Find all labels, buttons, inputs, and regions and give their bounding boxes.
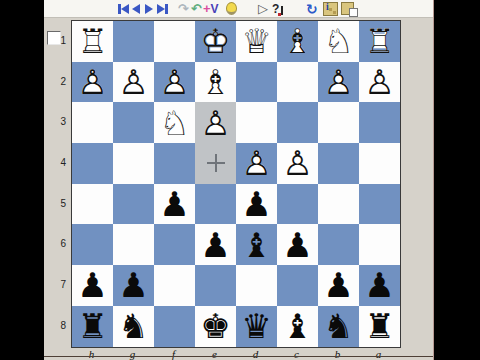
square-c6[interactable]: ♟ [277, 224, 318, 265]
rank-label-6: 6 [44, 223, 68, 264]
square-h4[interactable] [72, 143, 113, 184]
go-last-button[interactable] [157, 0, 168, 17]
black-pawn: ♟ [277, 224, 318, 265]
black-knight: ♞ [318, 306, 359, 347]
square-b3[interactable] [318, 102, 359, 143]
file-label-b: b [317, 348, 358, 360]
rank-label-2: 2 [44, 61, 68, 102]
square-h3[interactable] [72, 102, 113, 143]
square-f8[interactable] [154, 306, 195, 347]
refresh-button[interactable]: ↻ [306, 0, 318, 17]
square-g4[interactable] [113, 143, 154, 184]
white-rook: ♜♖ [359, 21, 400, 62]
chess-board: ♜♖♚♔♛♕♝♗♞♘♜♖♟♙♟♙♟♙♝♗♟♙♟♙♞♘♟♙♟♙♟♙♟♟♟♝♟♟♟♟… [71, 20, 401, 348]
square-f5[interactable]: ♟ [154, 184, 195, 225]
black-pawn: ♟ [359, 265, 400, 306]
black-pawn: ♟ [236, 184, 277, 225]
white-bishop: ♝♗ [277, 21, 318, 62]
square-e4[interactable] [195, 143, 236, 184]
square-a6[interactable] [359, 224, 400, 265]
square-d8[interactable]: ♛ [236, 306, 277, 347]
square-c5[interactable] [277, 184, 318, 225]
square-f1[interactable] [154, 21, 195, 62]
square-g5[interactable] [113, 184, 154, 225]
square-f3[interactable]: ♞♘ [154, 102, 195, 143]
rank-label-5: 5 [44, 183, 68, 224]
square-c8[interactable]: ♝ [277, 306, 318, 347]
black-pawn: ♟ [318, 265, 359, 306]
white-pawn: ♟♙ [236, 143, 277, 184]
square-g1[interactable] [113, 21, 154, 62]
play-outline-button[interactable]: ▷ [258, 0, 268, 17]
square-b5[interactable] [318, 184, 359, 225]
rank-label-4: 4 [44, 142, 68, 183]
square-f4[interactable] [154, 143, 195, 184]
square-g3[interactable] [113, 102, 154, 143]
square-f2[interactable]: ♟♙ [154, 62, 195, 103]
square-c2[interactable] [277, 62, 318, 103]
white-rook: ♜♖ [72, 21, 113, 62]
square-h8[interactable]: ♜ [72, 306, 113, 347]
go-forward-button[interactable] [145, 0, 153, 17]
square-c3[interactable] [277, 102, 318, 143]
square-g6[interactable] [113, 224, 154, 265]
white-queen: ♛♕ [236, 21, 277, 62]
black-pawn: ♟ [72, 265, 113, 306]
square-c1[interactable]: ♝♗ [277, 21, 318, 62]
square-h6[interactable] [72, 224, 113, 265]
square-e3[interactable]: ♟♙ [195, 102, 236, 143]
square-b6[interactable] [318, 224, 359, 265]
rank-labels: 12345678 [44, 20, 68, 346]
square-a5[interactable] [359, 184, 400, 225]
go-first-button[interactable] [118, 0, 129, 17]
black-rook: ♜ [359, 306, 400, 347]
square-b4[interactable] [318, 143, 359, 184]
square-e2[interactable]: ♝♗ [195, 62, 236, 103]
file-label-h: h [71, 348, 112, 360]
file-label-g: g [112, 348, 153, 360]
square-f6[interactable] [154, 224, 195, 265]
square-d7[interactable] [236, 265, 277, 306]
black-pawn: ♟ [113, 265, 154, 306]
square-a8[interactable]: ♜ [359, 306, 400, 347]
square-e8[interactable]: ♚ [195, 306, 236, 347]
square-g2[interactable]: ♟♙ [113, 62, 154, 103]
square-a1[interactable]: ♜♖ [359, 21, 400, 62]
black-bishop: ♝ [236, 224, 277, 265]
white-pawn: ♟♙ [154, 62, 195, 103]
black-pawn: ♟ [154, 184, 195, 225]
square-d6[interactable]: ♝ [236, 224, 277, 265]
window-bottom-edge [44, 356, 433, 357]
white-knight: ♞♘ [154, 102, 195, 143]
square-h5[interactable] [72, 184, 113, 225]
square-a3[interactable] [359, 102, 400, 143]
square-a7[interactable]: ♟ [359, 265, 400, 306]
move-marker-plus [207, 154, 225, 172]
white-king: ♚♔ [195, 21, 236, 62]
white-pawn: ♟♙ [277, 143, 318, 184]
square-a2[interactable]: ♟♙ [359, 62, 400, 103]
square-c4[interactable]: ♟♙ [277, 143, 318, 184]
square-d3[interactable] [236, 102, 277, 143]
white-pawn: ♟♙ [72, 62, 113, 103]
black-pawn: ♟ [195, 224, 236, 265]
undo-gray-arrow-icon[interactable]: ↷ [178, 0, 189, 17]
square-e1[interactable]: ♚♔ [195, 21, 236, 62]
toolbar: ↷ ↶ +V ▷ ? ↻ i [44, 0, 433, 18]
chess-app-panel: ↷ ↶ +V ▷ ? ↻ i 12345678 ♜♖♚♔♛♕♝♗♞♘♜♖♟♙♟♙… [44, 0, 434, 360]
white-pawn: ♟♙ [359, 62, 400, 103]
rank-label-7: 7 [44, 264, 68, 305]
square-g7[interactable]: ♟ [113, 265, 154, 306]
redo-green-arrow-icon[interactable]: ↶ [191, 0, 202, 17]
file-label-a: a [358, 348, 399, 360]
info-board-icon[interactable]: i [323, 0, 338, 17]
black-bishop: ♝ [277, 306, 318, 347]
file-label-e: e [194, 348, 235, 360]
file-labels: hgfedcba [71, 348, 399, 360]
square-h7[interactable]: ♟ [72, 265, 113, 306]
black-queen: ♛ [236, 306, 277, 347]
square-d2[interactable] [236, 62, 277, 103]
white-knight: ♞♘ [318, 21, 359, 62]
plus-v-button[interactable]: +V [203, 0, 219, 17]
white-bishop: ♝♗ [195, 62, 236, 103]
white-pawn: ♟♙ [195, 102, 236, 143]
square-b1[interactable]: ♞♘ [318, 21, 359, 62]
square-d1[interactable]: ♛♕ [236, 21, 277, 62]
square-b7[interactable]: ♟ [318, 265, 359, 306]
white-pawn: ♟♙ [113, 62, 154, 103]
board-window-icon[interactable] [341, 0, 360, 17]
black-rook: ♜ [72, 306, 113, 347]
hint-question-button[interactable]: ? [272, 0, 283, 17]
square-g8[interactable]: ♞ [113, 306, 154, 347]
rank-label-3: 3 [44, 101, 68, 142]
app-window: ↷ ↶ +V ▷ ? ↻ i 12345678 ♜♖♚♔♛♕♝♗♞♘♜♖♟♙♟♙… [0, 0, 480, 360]
square-e5[interactable] [195, 184, 236, 225]
rank-label-8: 8 [44, 305, 68, 346]
square-h2[interactable]: ♟♙ [72, 62, 113, 103]
go-back-button[interactable] [132, 0, 140, 17]
square-b2[interactable]: ♟♙ [318, 62, 359, 103]
lightbulb-icon[interactable] [226, 0, 237, 17]
square-b8[interactable]: ♞ [318, 306, 359, 347]
square-d5[interactable]: ♟ [236, 184, 277, 225]
white-pawn: ♟♙ [318, 62, 359, 103]
square-e7[interactable] [195, 265, 236, 306]
square-h1[interactable]: ♜♖ [72, 21, 113, 62]
black-knight: ♞ [113, 306, 154, 347]
file-label-f: f [153, 348, 194, 360]
square-a4[interactable] [359, 143, 400, 184]
square-f7[interactable] [154, 265, 195, 306]
square-e6[interactable]: ♟ [195, 224, 236, 265]
black-king: ♚ [195, 306, 236, 347]
file-label-d: d [235, 348, 276, 360]
square-d4[interactable]: ♟♙ [236, 143, 277, 184]
square-c7[interactable] [277, 265, 318, 306]
file-label-c: c [276, 348, 317, 360]
rank-label-1: 1 [44, 20, 68, 61]
